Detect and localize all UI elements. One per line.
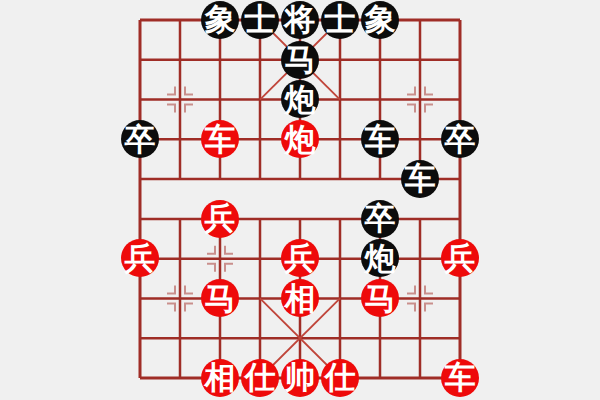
piece-red-general[interactable]: 帅: [281, 359, 319, 397]
piece-black-elephant[interactable]: 象: [201, 1, 239, 39]
piece-black-cannon[interactable]: 炮: [361, 239, 399, 277]
piece-black-advisor[interactable]: 士: [241, 1, 279, 39]
piece-red-soldier[interactable]: 兵: [441, 239, 479, 277]
piece-black-soldier[interactable]: 卒: [121, 120, 159, 158]
piece-red-horse[interactable]: 马: [361, 279, 399, 317]
piece-black-soldier[interactable]: 卒: [361, 200, 399, 238]
piece-black-cannon[interactable]: 炮: [281, 80, 319, 118]
piece-red-cannon[interactable]: 炮: [281, 120, 319, 158]
xiangqi-board[interactable]: 象士将士象马炮卒车炮车卒车兵卒兵兵炮兵马相马相仕帅仕车: [120, 0, 480, 398]
piece-red-elephant[interactable]: 相: [201, 359, 239, 397]
piece-black-advisor[interactable]: 士: [321, 1, 359, 39]
piece-red-chariot[interactable]: 车: [441, 359, 479, 397]
piece-red-chariot[interactable]: 车: [201, 120, 239, 158]
piece-black-chariot[interactable]: 车: [401, 160, 439, 198]
piece-red-horse[interactable]: 马: [201, 279, 239, 317]
piece-black-soldier[interactable]: 卒: [441, 120, 479, 158]
piece-red-elephant[interactable]: 相: [281, 279, 319, 317]
piece-red-soldier[interactable]: 兵: [121, 239, 159, 277]
piece-red-soldier[interactable]: 兵: [281, 239, 319, 277]
piece-red-advisor[interactable]: 仕: [321, 359, 359, 397]
piece-red-soldier[interactable]: 兵: [201, 200, 239, 238]
piece-red-advisor[interactable]: 仕: [241, 359, 279, 397]
piece-black-chariot[interactable]: 车: [361, 120, 399, 158]
app-background: 象士将士象马炮卒车炮车卒车兵卒兵兵炮兵马相马相仕帅仕车: [0, 0, 600, 400]
piece-black-general[interactable]: 将: [281, 1, 319, 39]
piece-black-horse[interactable]: 马: [281, 41, 319, 79]
piece-black-elephant[interactable]: 象: [361, 1, 399, 39]
